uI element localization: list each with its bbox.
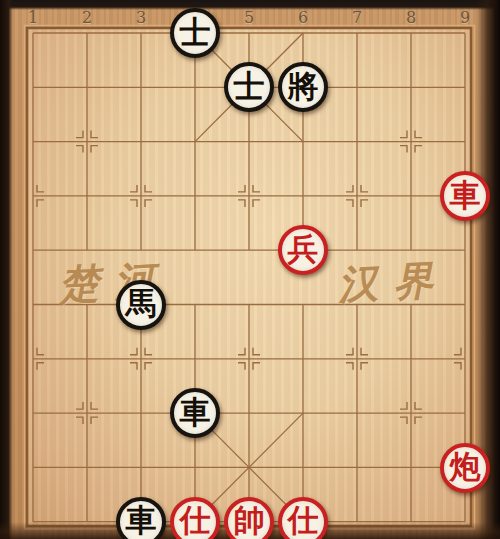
- piece-character: 馬: [126, 288, 157, 319]
- piece-red-advisor-1[interactable]: 仕: [170, 497, 220, 539]
- piece-character: 兵: [288, 234, 319, 265]
- piece-character: 車: [126, 505, 157, 536]
- board-grid[interactable]: 士士將車兵馬車炮車仕帥仕: [6, 6, 492, 539]
- piece-character: 車: [180, 397, 211, 428]
- xiangqi-app: { "game": "xiangqi", "title": "Xiangqi b…: [0, 0, 500, 539]
- piece-character: 車: [450, 180, 481, 211]
- piece-red-chariot[interactable]: 車: [440, 171, 490, 221]
- piece-character: 帥: [234, 505, 265, 536]
- piece-black-chariot-2[interactable]: 車: [116, 497, 166, 539]
- piece-black-horse[interactable]: 馬: [116, 280, 166, 330]
- piece-red-cannon[interactable]: 炮: [440, 443, 490, 493]
- piece-character: 士: [180, 17, 211, 48]
- piece-red-pawn[interactable]: 兵: [278, 225, 328, 275]
- piece-black-chariot-1[interactable]: 車: [170, 388, 220, 438]
- piece-character: 炮: [450, 451, 481, 482]
- piece-character: 士: [234, 71, 265, 102]
- piece-red-general[interactable]: 帥: [224, 497, 274, 539]
- piece-character: 仕: [288, 505, 319, 536]
- piece-black-general[interactable]: 將: [278, 62, 328, 112]
- piece-black-advisor-2[interactable]: 士: [224, 62, 274, 112]
- piece-black-advisor-1[interactable]: 士: [170, 8, 220, 58]
- piece-red-advisor-2[interactable]: 仕: [278, 497, 328, 539]
- piece-character: 將: [288, 71, 319, 102]
- piece-character: 仕: [180, 505, 211, 536]
